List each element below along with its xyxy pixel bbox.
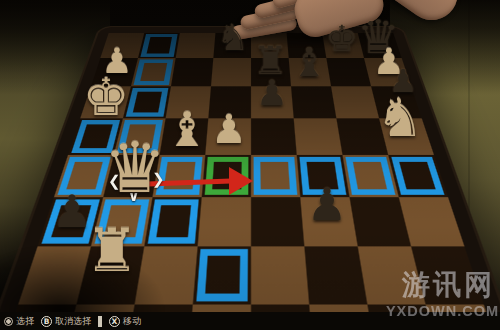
hint-move-label: 移动 (123, 315, 141, 328)
square-e5[interactable] (251, 118, 297, 155)
square-d7[interactable] (211, 58, 251, 86)
piece-white-B-c5[interactable]: ♝ (165, 105, 208, 153)
square-d2[interactable] (193, 246, 251, 304)
button-b-icon: B (41, 316, 52, 327)
hint-move: X 移动 (109, 315, 141, 328)
hint-cancel-label: 取消选择 (55, 315, 91, 328)
square-d4[interactable] (202, 155, 251, 197)
hint-select: 选择 (4, 315, 34, 328)
square-f2[interactable] (304, 246, 367, 304)
square-b6[interactable] (123, 86, 171, 118)
piece-white-P-d5[interactable]: ♟ (211, 109, 247, 149)
piece-black-K-g8[interactable]: ♚ (326, 21, 358, 57)
square-c7[interactable] (171, 58, 213, 86)
piece-white-K-a6[interactable]: ♚ (83, 71, 130, 123)
piece-white-N-h5[interactable]: ♞ (376, 91, 424, 144)
hint-separator (98, 316, 102, 327)
watermark-site-name: 游讯网 (402, 266, 495, 304)
hint-select-label: 选择 (16, 315, 34, 328)
piece-white-Q-b4[interactable]: ♛ (104, 133, 167, 203)
square-h4[interactable] (388, 155, 448, 197)
square-c8[interactable] (176, 33, 216, 58)
square-e2[interactable] (251, 246, 309, 304)
piece-black-P-f3[interactable]: ♟ (307, 182, 347, 227)
square-e3[interactable] (251, 197, 304, 246)
button-x-icon: X (109, 316, 120, 327)
square-f5[interactable] (294, 118, 343, 155)
square-e4[interactable] (251, 155, 300, 197)
square-b7[interactable] (131, 58, 176, 86)
piece-black-B-f7[interactable]: ♝ (291, 42, 327, 82)
square-f6[interactable] (291, 86, 336, 118)
square-b8[interactable] (138, 33, 180, 58)
hint-cancel: B 取消选择 (41, 315, 91, 328)
stick-icon (4, 317, 13, 326)
piece-black-N-d8[interactable]: ♞ (217, 20, 249, 56)
square-c2[interactable] (135, 246, 198, 304)
square-d3[interactable] (198, 197, 251, 246)
piece-white-R-b2[interactable]: ♜ (85, 220, 139, 280)
square-h3[interactable] (399, 197, 465, 246)
watermark-site-domain: YXDOWN.COM (386, 303, 499, 319)
game-screen: ♞♚♛♜♝♟♟♟♚♟♝♟♞♛♟♟♜ ❮ ❯ ∨ 游讯网 YXDOWN.COM 选… (0, 0, 500, 330)
piece-black-P-e6[interactable]: ♟ (256, 76, 287, 111)
